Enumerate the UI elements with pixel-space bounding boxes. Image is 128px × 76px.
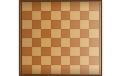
square-e4[interactable] (61, 38, 71, 47)
square-c7[interactable] (41, 11, 51, 20)
square-b7[interactable] (32, 11, 42, 20)
square-a1[interactable] (22, 65, 32, 74)
square-d7[interactable] (51, 11, 61, 20)
square-d3[interactable] (51, 47, 61, 56)
square-b8[interactable] (32, 2, 42, 11)
square-c3[interactable] (41, 47, 51, 56)
square-a3[interactable] (22, 47, 32, 56)
square-f2[interactable] (70, 56, 80, 65)
square-b5[interactable] (32, 29, 42, 38)
square-b3[interactable] (32, 47, 42, 56)
square-c1[interactable] (41, 65, 51, 74)
square-c6[interactable] (41, 20, 51, 29)
square-h6[interactable] (89, 20, 99, 29)
square-g8[interactable] (80, 2, 90, 11)
square-a8[interactable] (22, 2, 32, 11)
square-e2[interactable] (61, 56, 71, 65)
square-f8[interactable] (70, 2, 80, 11)
square-c5[interactable] (41, 29, 51, 38)
square-d6[interactable] (51, 20, 61, 29)
square-e8[interactable] (61, 2, 71, 11)
square-h4[interactable] (89, 38, 99, 47)
square-f5[interactable] (70, 29, 80, 38)
square-d1[interactable] (51, 65, 61, 74)
square-e1[interactable] (61, 65, 71, 74)
square-e5[interactable] (61, 29, 71, 38)
photo-background (0, 0, 128, 76)
square-f7[interactable] (70, 11, 80, 20)
square-d5[interactable] (51, 29, 61, 38)
square-b2[interactable] (32, 56, 42, 65)
square-f1[interactable] (70, 65, 80, 74)
square-h8[interactable] (89, 2, 99, 11)
square-h7[interactable] (89, 11, 99, 20)
square-f3[interactable] (70, 47, 80, 56)
square-g5[interactable] (80, 29, 90, 38)
square-h1[interactable] (89, 65, 99, 74)
square-a5[interactable] (22, 29, 32, 38)
square-g6[interactable] (80, 20, 90, 29)
square-h5[interactable] (89, 29, 99, 38)
square-a6[interactable] (22, 20, 32, 29)
square-d4[interactable] (51, 38, 61, 47)
square-h3[interactable] (89, 47, 99, 56)
square-a7[interactable] (22, 11, 32, 20)
square-b6[interactable] (32, 20, 42, 29)
square-e3[interactable] (61, 47, 71, 56)
square-d2[interactable] (51, 56, 61, 65)
square-g3[interactable] (80, 47, 90, 56)
square-b1[interactable] (32, 65, 42, 74)
square-a4[interactable] (22, 38, 32, 47)
board-grid (22, 2, 99, 74)
square-c2[interactable] (41, 56, 51, 65)
square-b4[interactable] (32, 38, 42, 47)
square-a2[interactable] (22, 56, 32, 65)
square-e7[interactable] (61, 11, 71, 20)
square-c8[interactable] (41, 2, 51, 11)
square-e6[interactable] (61, 20, 71, 29)
square-g7[interactable] (80, 11, 90, 20)
square-f6[interactable] (70, 20, 80, 29)
square-g2[interactable] (80, 56, 90, 65)
square-h2[interactable] (89, 56, 99, 65)
square-g4[interactable] (80, 38, 90, 47)
square-f4[interactable] (70, 38, 80, 47)
square-c4[interactable] (41, 38, 51, 47)
square-g1[interactable] (80, 65, 90, 74)
chess-board (19, 0, 102, 76)
square-d8[interactable] (51, 2, 61, 11)
